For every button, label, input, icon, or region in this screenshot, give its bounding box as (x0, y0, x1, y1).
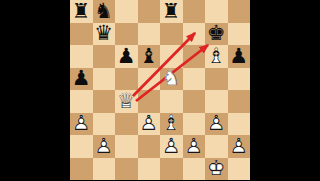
piece-white-pawn-d3[interactable]: ♟♙ (138, 113, 161, 136)
piece-white-pawn-f2[interactable]: ♟♙ (183, 135, 206, 158)
piece-outline-glyph: ♙ (93, 135, 116, 158)
piece-white-queen-c4[interactable]: ♛♕ (115, 90, 138, 113)
piece-outline-glyph: ♗ (160, 113, 183, 136)
piece-outline-glyph: ♙ (160, 135, 183, 158)
piece-outline-glyph: ♙ (205, 113, 228, 136)
piece-white-king-g1[interactable]: ♚♔ (205, 158, 228, 181)
piece-black-pawn-c6[interactable]: ♟ (115, 45, 138, 68)
piece-glyph: ♝ (138, 45, 161, 68)
piece-glyph: ♜ (70, 0, 93, 23)
piece-black-rook-a8[interactable]: ♜ (70, 0, 93, 23)
piece-outline-glyph: ♗ (205, 45, 228, 68)
piece-outline-glyph: ♙ (138, 113, 161, 136)
piece-outline-glyph: ♔ (205, 158, 228, 181)
video-frame: ♜♞♜♛♚♟♝♝♗♟♟♞♘♛♕♟♙♟♙♝♗♟♙♟♙♟♙♟♙♟♙♚♔ (0, 0, 320, 180)
letterbox-left (0, 0, 70, 180)
piece-black-rook-e8[interactable]: ♜ (160, 0, 183, 23)
piece-glyph: ♟ (115, 45, 138, 68)
piece-black-pawn-a5[interactable]: ♟ (70, 68, 93, 91)
piece-glyph: ♟ (70, 68, 93, 91)
piece-outline-glyph: ♘ (160, 68, 183, 91)
piece-outline-glyph: ♕ (115, 90, 138, 113)
piece-white-pawn-g3[interactable]: ♟♙ (205, 113, 228, 136)
piece-glyph: ♞ (93, 0, 116, 23)
chess-board: ♜♞♜♛♚♟♝♝♗♟♟♞♘♛♕♟♙♟♙♝♗♟♙♟♙♟♙♟♙♟♙♚♔ (70, 0, 250, 180)
piece-outline-glyph: ♙ (228, 135, 251, 158)
letterbox-right (250, 0, 320, 180)
piece-black-knight-b8[interactable]: ♞ (93, 0, 116, 23)
piece-glyph: ♚ (205, 23, 228, 46)
piece-white-pawn-b2[interactable]: ♟♙ (93, 135, 116, 158)
piece-white-pawn-e2[interactable]: ♟♙ (160, 135, 183, 158)
piece-black-bishop-d6[interactable]: ♝ (138, 45, 161, 68)
piece-black-pawn-h6[interactable]: ♟ (228, 45, 251, 68)
piece-white-bishop-g6[interactable]: ♝♗ (205, 45, 228, 68)
piece-outline-glyph: ♙ (183, 135, 206, 158)
piece-glyph: ♟ (228, 45, 251, 68)
piece-glyph: ♛ (93, 23, 116, 46)
piece-white-pawn-a3[interactable]: ♟♙ (70, 113, 93, 136)
piece-black-queen-b7[interactable]: ♛ (93, 23, 116, 46)
piece-outline-glyph: ♙ (70, 113, 93, 136)
piece-white-knight-e5[interactable]: ♞♘ (160, 68, 183, 91)
piece-black-king-g7[interactable]: ♚ (205, 23, 228, 46)
piece-glyph: ♜ (160, 0, 183, 23)
piece-white-bishop-e3[interactable]: ♝♗ (160, 113, 183, 136)
piece-white-pawn-h2[interactable]: ♟♙ (228, 135, 251, 158)
